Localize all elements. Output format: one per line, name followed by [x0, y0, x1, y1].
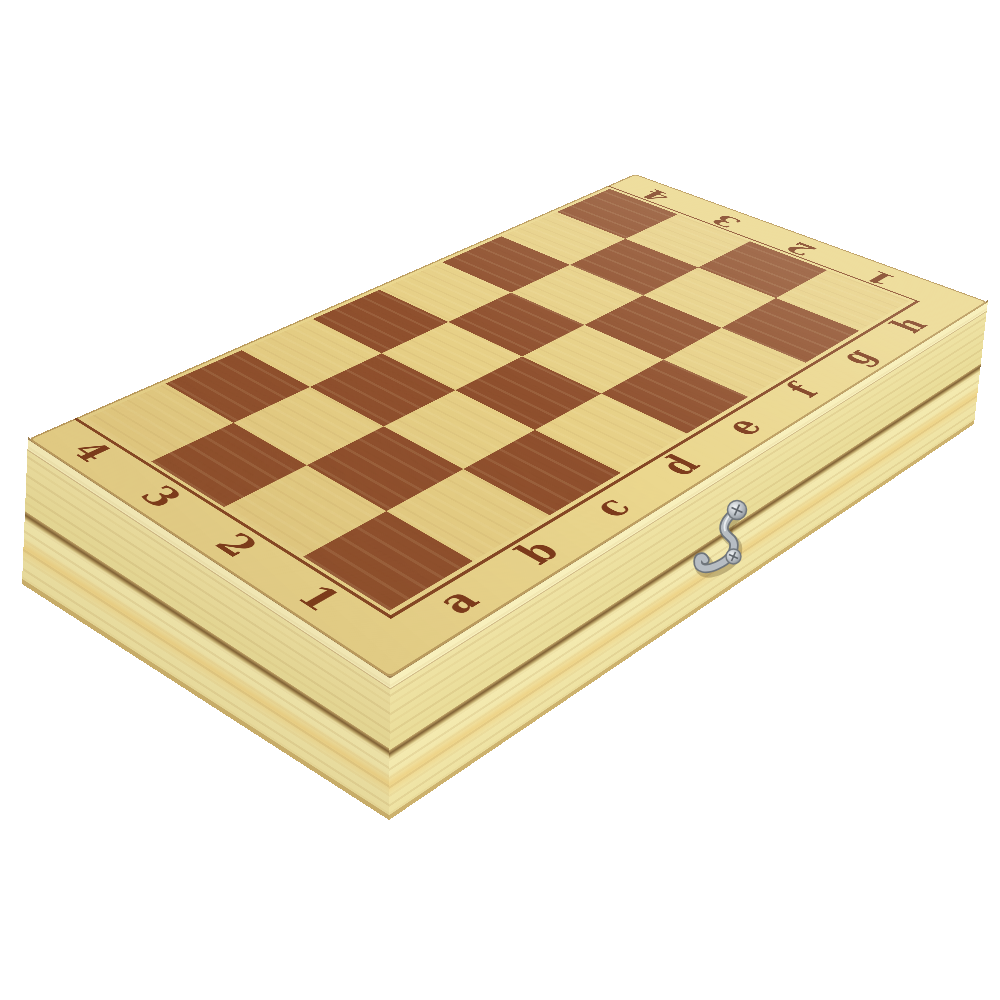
latch-screw-top	[728, 501, 747, 520]
latch-clasp	[688, 486, 752, 586]
latch-screw-bottom	[726, 549, 741, 564]
chess-box-product-photo: 4321 4321 abcdefgh	[0, 0, 1000, 1000]
